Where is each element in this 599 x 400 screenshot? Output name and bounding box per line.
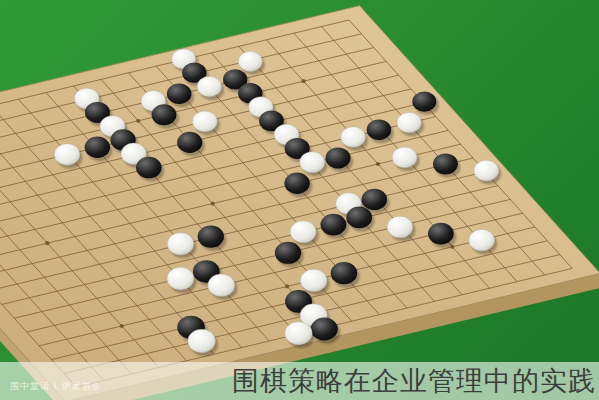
stone-black [177, 132, 202, 153]
stone-white [285, 322, 312, 345]
stone-white [188, 329, 216, 352]
stone-white [167, 267, 194, 290]
stone-white [54, 144, 80, 166]
stone-white [341, 127, 366, 148]
star-point [285, 284, 289, 288]
stone-white [167, 233, 194, 255]
star-point [211, 202, 215, 206]
stone-black [412, 91, 436, 111]
stone-black [428, 223, 454, 245]
stone-black [85, 137, 110, 158]
caption-text: 围棋策略在企业管理中的实践 [232, 363, 599, 399]
stone-black [136, 157, 162, 179]
stone-black [152, 104, 177, 125]
stone-black [346, 207, 372, 229]
go-photo-scene: 围棋策略在企业管理中的实践 围中堂话 \ 伊家首◎ [0, 0, 599, 400]
stone-black [320, 214, 346, 236]
stone-black [433, 154, 458, 175]
stone-white [469, 229, 495, 251]
stone-white [392, 147, 417, 168]
stone-white [208, 274, 235, 297]
stone-white [290, 221, 316, 243]
star-point [376, 162, 380, 166]
star-point [136, 119, 140, 123]
stone-white [238, 51, 262, 71]
stone-white [300, 152, 325, 173]
stone-white [387, 216, 413, 238]
stone-white [300, 269, 327, 291]
stone-white [197, 76, 221, 96]
stone-black [326, 148, 351, 169]
stone-black [284, 173, 309, 194]
star-point [45, 241, 49, 245]
star-point [301, 79, 305, 83]
watermark-text: 围中堂话 \ 伊家首◎ [10, 380, 101, 393]
stone-black [167, 83, 192, 104]
stone-black [331, 262, 358, 284]
stone-white [192, 111, 217, 132]
stone-black [275, 242, 301, 264]
go-board-photo [0, 0, 599, 400]
stone-black [198, 226, 224, 248]
star-point [120, 324, 124, 328]
stone-white [397, 112, 421, 132]
stone-black [362, 189, 387, 210]
stone-black [367, 119, 392, 140]
stone-white [474, 160, 499, 181]
